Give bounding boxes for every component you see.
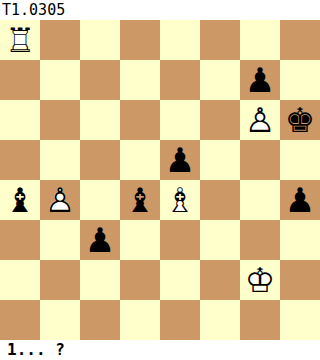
square-h1[interactable] [280, 300, 320, 340]
square-b5[interactable] [40, 140, 80, 180]
square-g6[interactable]: ♟︎♙︎ [240, 100, 280, 140]
piece-white-pawn: ♟︎♙︎ [40, 180, 80, 220]
square-f5[interactable] [200, 140, 240, 180]
piece-black-pawn: ♟︎ [160, 140, 200, 180]
square-g7[interactable]: ♟︎ [240, 60, 280, 100]
piece-white-king: ♚︎♔︎ [240, 260, 280, 300]
piece-black-pawn: ♟︎ [240, 60, 280, 100]
piece-black-pawn: ♟︎ [80, 220, 120, 260]
square-f8[interactable] [200, 20, 240, 60]
square-h3[interactable] [280, 220, 320, 260]
piece-black-king: ♚︎ [280, 100, 320, 140]
piece-white-rook: ♜︎♖︎ [0, 20, 40, 60]
square-b8[interactable] [40, 20, 80, 60]
square-b1[interactable] [40, 300, 80, 340]
square-g8[interactable] [240, 20, 280, 60]
square-d1[interactable] [120, 300, 160, 340]
square-c7[interactable] [80, 60, 120, 100]
square-a2[interactable] [0, 260, 40, 300]
square-d7[interactable] [120, 60, 160, 100]
square-e4[interactable]: ♝︎♗︎ [160, 180, 200, 220]
square-h7[interactable] [280, 60, 320, 100]
square-a5[interactable] [0, 140, 40, 180]
square-d3[interactable] [120, 220, 160, 260]
square-f1[interactable] [200, 300, 240, 340]
square-b3[interactable] [40, 220, 80, 260]
square-f4[interactable] [200, 180, 240, 220]
square-a7[interactable] [0, 60, 40, 100]
square-a8[interactable]: ♜︎♖︎ [0, 20, 40, 60]
square-a1[interactable] [0, 300, 40, 340]
square-e7[interactable] [160, 60, 200, 100]
square-e8[interactable] [160, 20, 200, 60]
piece-black-bishop: ♝︎ [0, 180, 40, 220]
square-h8[interactable] [280, 20, 320, 60]
chess-puzzle-page: T1.0305 ♜︎♖︎♟︎♟︎♙︎♚︎♟︎♝︎♟︎♙︎♝︎♝︎♗︎♟︎♟︎♚︎… [0, 0, 320, 360]
square-h5[interactable] [280, 140, 320, 180]
square-e3[interactable] [160, 220, 200, 260]
square-f3[interactable] [200, 220, 240, 260]
square-f6[interactable] [200, 100, 240, 140]
square-d5[interactable] [120, 140, 160, 180]
move-prompt: 1... ? [0, 340, 320, 360]
square-g1[interactable] [240, 300, 280, 340]
piece-black-pawn: ♟︎ [280, 180, 320, 220]
square-g4[interactable] [240, 180, 280, 220]
puzzle-id: T1.0305 [0, 0, 320, 20]
chess-board: ♜︎♖︎♟︎♟︎♙︎♚︎♟︎♝︎♟︎♙︎♝︎♝︎♗︎♟︎♟︎♚︎♔︎ [0, 20, 320, 340]
square-h4[interactable]: ♟︎ [280, 180, 320, 220]
square-e2[interactable] [160, 260, 200, 300]
square-g3[interactable] [240, 220, 280, 260]
square-g5[interactable] [240, 140, 280, 180]
square-a4[interactable]: ♝︎ [0, 180, 40, 220]
square-e5[interactable]: ♟︎ [160, 140, 200, 180]
square-b4[interactable]: ♟︎♙︎ [40, 180, 80, 220]
square-b6[interactable] [40, 100, 80, 140]
square-c5[interactable] [80, 140, 120, 180]
square-a3[interactable] [0, 220, 40, 260]
square-c6[interactable] [80, 100, 120, 140]
square-d4[interactable]: ♝︎ [120, 180, 160, 220]
square-h6[interactable]: ♚︎ [280, 100, 320, 140]
square-c2[interactable] [80, 260, 120, 300]
square-f7[interactable] [200, 60, 240, 100]
square-e6[interactable] [160, 100, 200, 140]
square-d6[interactable] [120, 100, 160, 140]
piece-white-pawn: ♟︎♙︎ [240, 100, 280, 140]
square-c1[interactable] [80, 300, 120, 340]
square-c8[interactable] [80, 20, 120, 60]
square-g2[interactable]: ♚︎♔︎ [240, 260, 280, 300]
square-d2[interactable] [120, 260, 160, 300]
square-c4[interactable] [80, 180, 120, 220]
square-h2[interactable] [280, 260, 320, 300]
square-a6[interactable] [0, 100, 40, 140]
piece-black-bishop: ♝︎ [120, 180, 160, 220]
piece-white-bishop: ♝︎♗︎ [160, 180, 200, 220]
square-d8[interactable] [120, 20, 160, 60]
square-e1[interactable] [160, 300, 200, 340]
square-f2[interactable] [200, 260, 240, 300]
square-b2[interactable] [40, 260, 80, 300]
square-b7[interactable] [40, 60, 80, 100]
square-c3[interactable]: ♟︎ [80, 220, 120, 260]
